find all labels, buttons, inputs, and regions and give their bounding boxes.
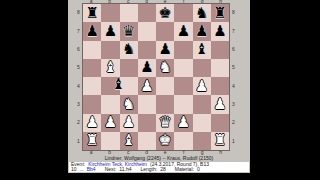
white-pawn-icon: ♟ <box>122 115 135 130</box>
square-c7: ♛ <box>120 22 138 40</box>
black-bishop-icon: ♝ <box>195 42 208 57</box>
square-h4 <box>211 77 229 95</box>
square-g2 <box>193 114 211 132</box>
white-rook-icon: ♜ <box>213 133 226 148</box>
square-e2: ♛ <box>156 114 174 132</box>
rank-label-8: 8 <box>76 9 81 15</box>
square-h5 <box>211 59 229 77</box>
square-g7: ♟ <box>193 22 211 40</box>
square-b2: ♟ <box>101 114 119 132</box>
rank-label-3: 3 <box>76 101 81 107</box>
square-c2: ♟ <box>120 114 138 132</box>
square-d1 <box>138 132 156 150</box>
square-f1 <box>174 132 192 150</box>
material-value: 0 <box>197 166 200 172</box>
square-d8 <box>138 4 156 22</box>
square-f5 <box>174 59 192 77</box>
rank-label-2: 2 <box>231 119 236 125</box>
square-d5: ♟ <box>138 59 156 77</box>
square-e6: ♟ <box>156 41 174 59</box>
square-h8: ♜ <box>211 4 229 22</box>
square-b4: ♝ <box>101 77 119 95</box>
square-f8 <box>174 4 192 22</box>
rank-label-7: 7 <box>76 28 81 34</box>
rank-label-4: 4 <box>231 83 236 89</box>
rank-label-7: 7 <box>231 28 236 34</box>
white-rook-icon: ♜ <box>85 133 98 148</box>
square-a8: ♜ <box>83 4 101 22</box>
next-label: Next: <box>105 166 117 172</box>
square-a3 <box>83 95 101 113</box>
square-b3 <box>101 95 119 113</box>
square-a1: ♜ <box>83 132 101 150</box>
square-a7: ♟ <box>83 22 101 40</box>
black-pawn-icon: ♟ <box>213 24 226 39</box>
square-c6: ♞ <box>120 41 138 59</box>
move-info-line: 10...Bb4Next:11.h4Length:28Material:0 <box>71 167 249 172</box>
square-a4 <box>83 77 101 95</box>
board: ♜♚♞♜♟♟♛♟♟♟♞♟♝♝♟♞♝♟♟♞♟♟♟♟♛♟♜♝♚♜ <box>82 3 230 151</box>
square-f4 <box>174 77 192 95</box>
black-king-icon: ♚ <box>158 6 171 21</box>
square-f7: ♟ <box>174 22 192 40</box>
black-knight-icon: ♞ <box>195 6 208 21</box>
square-b1 <box>101 132 119 150</box>
square-a2: ♟ <box>83 114 101 132</box>
black-queen-icon: ♛ <box>122 24 135 39</box>
square-e3 <box>156 95 174 113</box>
square-d2 <box>138 114 156 132</box>
game-info-box: Event:Kirchheim Teck, Kirchheim(24.3.201… <box>69 162 249 172</box>
square-h6 <box>211 41 229 59</box>
move-number: 10 <box>71 166 77 172</box>
square-e1: ♚ <box>156 132 174 150</box>
black-knight-icon: ♞ <box>122 42 135 57</box>
length-value: 28 <box>160 166 166 172</box>
rank-labels-right: 87654321 <box>231 3 236 150</box>
square-c1: ♝ <box>120 132 138 150</box>
diagram-panel: abcdefgh 87654321 ♜♚♞♜♟♟♛♟♟♟♞♟♝♝♟♞♝♟♟♞♟♟… <box>68 0 250 173</box>
white-bishop-icon: ♝ <box>104 60 117 75</box>
black-pawn-icon: ♟ <box>140 60 153 75</box>
rank-label-5: 5 <box>231 64 236 70</box>
black-bishop-icon: ♝ <box>112 77 125 92</box>
black-rook-icon: ♜ <box>85 6 98 21</box>
square-f3 <box>174 95 192 113</box>
square-h3: ♟ <box>211 95 229 113</box>
black-pawn-icon: ♟ <box>158 42 171 57</box>
square-b7: ♟ <box>101 22 119 40</box>
square-e8: ♚ <box>156 4 174 22</box>
rank-label-1: 1 <box>76 138 81 144</box>
square-d3 <box>138 95 156 113</box>
square-b6 <box>101 41 119 59</box>
square-g1 <box>193 132 211 150</box>
square-e4 <box>156 77 174 95</box>
rank-label-6: 6 <box>231 46 236 52</box>
white-king-icon: ♚ <box>158 133 171 148</box>
white-pawn-icon: ♟ <box>177 115 190 130</box>
square-b8 <box>101 4 119 22</box>
black-pawn-icon: ♟ <box>85 24 98 39</box>
rank-label-8: 8 <box>231 9 236 15</box>
black-pawn-icon: ♟ <box>195 24 208 39</box>
rank-label-2: 2 <box>76 119 81 125</box>
square-h2 <box>211 114 229 132</box>
white-pawn-icon: ♟ <box>104 115 117 130</box>
rank-label-1: 1 <box>231 138 236 144</box>
square-d7 <box>138 22 156 40</box>
next-move-value: 11.h4 <box>119 166 131 172</box>
square-a5 <box>83 59 101 77</box>
square-d4: ♟ <box>138 77 156 95</box>
white-pawn-icon: ♟ <box>213 97 226 112</box>
square-d6 <box>138 41 156 59</box>
white-knight-icon: ♞ <box>158 60 171 75</box>
white-queen-icon: ♛ <box>158 115 171 130</box>
length-label: Length: <box>140 166 157 172</box>
white-pawn-icon: ♟ <box>85 115 98 130</box>
rank-label-4: 4 <box>76 83 81 89</box>
square-a6 <box>83 41 101 59</box>
square-c3: ♞ <box>120 95 138 113</box>
square-h1: ♜ <box>211 132 229 150</box>
white-bishop-icon: ♝ <box>122 133 135 148</box>
square-g5 <box>193 59 211 77</box>
white-pawn-icon: ♟ <box>140 79 153 94</box>
square-f2: ♟ <box>174 114 192 132</box>
square-g3 <box>193 95 211 113</box>
square-f6 <box>174 41 192 59</box>
white-pawn-icon: ♟ <box>195 79 208 94</box>
black-rook-icon: ♜ <box>213 6 226 21</box>
square-g6: ♝ <box>193 41 211 59</box>
square-e7 <box>156 22 174 40</box>
rank-labels-left: 87654321 <box>76 3 81 150</box>
square-g4: ♟ <box>193 77 211 95</box>
rank-label-6: 6 <box>76 46 81 52</box>
square-c8 <box>120 4 138 22</box>
square-g8: ♞ <box>193 4 211 22</box>
rank-label-5: 5 <box>76 64 81 70</box>
black-pawn-icon: ♟ <box>177 24 190 39</box>
last-move-link[interactable]: Bb4 <box>87 166 96 172</box>
move-dots: ... <box>80 166 84 172</box>
square-h7: ♟ <box>211 22 229 40</box>
black-pawn-icon: ♟ <box>104 24 117 39</box>
material-label: Material: <box>175 166 194 172</box>
square-e5: ♞ <box>156 59 174 77</box>
rank-label-3: 3 <box>231 101 236 107</box>
white-knight-icon: ♞ <box>122 97 135 112</box>
